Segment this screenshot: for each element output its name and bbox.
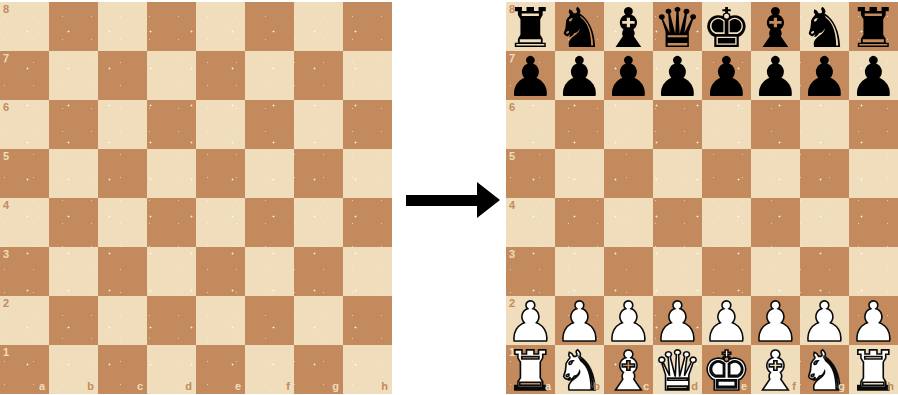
square-f3 — [245, 247, 294, 296]
square-a7: 7♟ — [506, 51, 555, 100]
square-g1: g — [294, 345, 343, 394]
square-d6 — [147, 100, 196, 149]
square-a3: 3 — [0, 247, 49, 296]
square-c7: ♟ — [604, 51, 653, 100]
piece-black-pawn-b7: ♟ — [555, 50, 604, 105]
square-f7 — [245, 51, 294, 100]
square-h3 — [343, 247, 392, 296]
square-a4: 4 — [506, 198, 555, 247]
file-label-g: g — [838, 381, 845, 392]
square-a1: 1a♜ — [506, 345, 555, 394]
file-label-f: f — [286, 381, 290, 392]
file-label-a: a — [39, 381, 45, 392]
square-f3 — [751, 247, 800, 296]
square-g2: ♟ — [800, 296, 849, 345]
square-h1: h — [343, 345, 392, 394]
square-h5 — [343, 149, 392, 198]
rank-label-8: 8 — [509, 4, 515, 15]
square-h8: ♜ — [849, 2, 898, 51]
square-d4 — [147, 198, 196, 247]
right-arrow-icon — [406, 182, 500, 219]
square-h2 — [343, 296, 392, 345]
square-g4 — [294, 198, 343, 247]
file-label-e: e — [741, 381, 747, 392]
square-f8 — [245, 2, 294, 51]
square-b1: b♞ — [555, 345, 604, 394]
square-c7 — [98, 51, 147, 100]
square-a2: 2♟ — [506, 296, 555, 345]
square-c8 — [98, 2, 147, 51]
square-b4 — [555, 198, 604, 247]
square-e5 — [196, 149, 245, 198]
square-g6 — [294, 100, 343, 149]
square-g8 — [294, 2, 343, 51]
file-label-c: c — [137, 381, 143, 392]
rank-label-7: 7 — [3, 53, 9, 64]
file-label-b: b — [593, 381, 600, 392]
rank-label-8: 8 — [3, 4, 9, 15]
square-h1: h♜ — [849, 345, 898, 394]
square-g7 — [294, 51, 343, 100]
square-f7: ♟ — [751, 51, 800, 100]
square-g3 — [800, 247, 849, 296]
square-e7: ♟ — [702, 51, 751, 100]
square-c2 — [98, 296, 147, 345]
rank-label-3: 3 — [3, 249, 9, 260]
square-g8: ♞ — [800, 2, 849, 51]
square-d1: d — [147, 345, 196, 394]
square-c4 — [98, 198, 147, 247]
square-d3 — [147, 247, 196, 296]
square-h3 — [849, 247, 898, 296]
square-b3 — [555, 247, 604, 296]
file-label-b: b — [87, 381, 94, 392]
square-f4 — [751, 198, 800, 247]
rank-label-5: 5 — [3, 151, 9, 162]
file-label-a: a — [545, 381, 551, 392]
file-label-g: g — [332, 381, 339, 392]
square-a6: 6 — [0, 100, 49, 149]
square-g7: ♟ — [800, 51, 849, 100]
square-d3 — [653, 247, 702, 296]
file-label-d: d — [691, 381, 698, 392]
square-c3 — [604, 247, 653, 296]
piece-black-pawn-g7: ♟ — [800, 50, 849, 105]
square-c3 — [98, 247, 147, 296]
square-d5 — [147, 149, 196, 198]
rank-label-5: 5 — [509, 151, 515, 162]
square-a5: 5 — [0, 149, 49, 198]
starting-position-chessboard: 8♜♞♝♛♚♝♞♜7♟♟♟♟♟♟♟♟65432♟♟♟♟♟♟♟♟1a♜b♞c♝d♛… — [506, 2, 898, 394]
square-a5: 5 — [506, 149, 555, 198]
square-e7 — [196, 51, 245, 100]
rank-label-1: 1 — [509, 347, 515, 358]
rank-label-7: 7 — [509, 53, 515, 64]
square-e3 — [196, 247, 245, 296]
chess-setup-illustration: 87654321abcdefgh 8♜♞♝♛♚♝♞♜7♟♟♟♟♟♟♟♟65432… — [0, 0, 898, 395]
square-e6 — [196, 100, 245, 149]
file-label-h: h — [887, 381, 894, 392]
rank-label-3: 3 — [509, 249, 515, 260]
square-h6 — [343, 100, 392, 149]
rank-label-4: 4 — [509, 200, 515, 211]
square-h7: ♟ — [849, 51, 898, 100]
piece-black-pawn-e7: ♟ — [702, 50, 751, 105]
rank-label-2: 2 — [509, 298, 515, 309]
square-h2: ♟ — [849, 296, 898, 345]
square-h5 — [849, 149, 898, 198]
square-g5 — [800, 149, 849, 198]
square-d2: ♟ — [653, 296, 702, 345]
square-c6 — [98, 100, 147, 149]
square-d4 — [653, 198, 702, 247]
square-d8: ♛ — [653, 2, 702, 51]
square-c8: ♝ — [604, 2, 653, 51]
square-e8 — [196, 2, 245, 51]
square-g1: g♞ — [800, 345, 849, 394]
square-d5 — [653, 149, 702, 198]
square-c5 — [98, 149, 147, 198]
square-f6 — [245, 100, 294, 149]
square-c1: c — [98, 345, 147, 394]
file-label-f: f — [792, 381, 796, 392]
square-e8: ♚ — [702, 2, 751, 51]
square-e4 — [702, 198, 751, 247]
square-f1: f — [245, 345, 294, 394]
square-a8: 8♜ — [506, 2, 555, 51]
piece-black-pawn-d7: ♟ — [653, 50, 702, 105]
square-a3: 3 — [506, 247, 555, 296]
rank-label-4: 4 — [3, 200, 9, 211]
square-a7: 7 — [0, 51, 49, 100]
square-e2: ♟ — [702, 296, 751, 345]
square-f4 — [245, 198, 294, 247]
square-h7 — [343, 51, 392, 100]
square-d2 — [147, 296, 196, 345]
rank-label-6: 6 — [509, 102, 515, 113]
square-g3 — [294, 247, 343, 296]
square-g2 — [294, 296, 343, 345]
file-label-h: h — [381, 381, 388, 392]
square-c1: c♝ — [604, 345, 653, 394]
piece-black-pawn-c7: ♟ — [604, 50, 653, 105]
square-d7 — [147, 51, 196, 100]
square-b8 — [49, 2, 98, 51]
piece-black-pawn-f7: ♟ — [751, 50, 800, 105]
empty-chessboard: 87654321abcdefgh — [0, 2, 392, 394]
square-f5 — [245, 149, 294, 198]
square-b5 — [555, 149, 604, 198]
square-a8: 8 — [0, 2, 49, 51]
square-b7: ♟ — [555, 51, 604, 100]
square-h8 — [343, 2, 392, 51]
square-e2 — [196, 296, 245, 345]
square-e5 — [702, 149, 751, 198]
square-a2: 2 — [0, 296, 49, 345]
square-b1: b — [49, 345, 98, 394]
square-a1: 1a — [0, 345, 49, 394]
square-b6 — [49, 100, 98, 149]
square-b5 — [49, 149, 98, 198]
file-label-d: d — [185, 381, 192, 392]
piece-black-pawn-h7: ♟ — [849, 50, 898, 105]
square-b3 — [49, 247, 98, 296]
file-label-c: c — [643, 381, 649, 392]
square-h4 — [343, 198, 392, 247]
square-c2: ♟ — [604, 296, 653, 345]
square-f8: ♝ — [751, 2, 800, 51]
square-c5 — [604, 149, 653, 198]
square-b7 — [49, 51, 98, 100]
rank-label-2: 2 — [3, 298, 9, 309]
square-e4 — [196, 198, 245, 247]
square-d7: ♟ — [653, 51, 702, 100]
square-c4 — [604, 198, 653, 247]
arrow-shaft — [406, 195, 480, 206]
square-b4 — [49, 198, 98, 247]
square-g5 — [294, 149, 343, 198]
square-e3 — [702, 247, 751, 296]
square-f5 — [751, 149, 800, 198]
square-g4 — [800, 198, 849, 247]
square-b2 — [49, 296, 98, 345]
square-f2: ♟ — [751, 296, 800, 345]
square-f1: f♝ — [751, 345, 800, 394]
file-label-e: e — [235, 381, 241, 392]
rank-label-6: 6 — [3, 102, 9, 113]
rank-label-1: 1 — [3, 347, 9, 358]
square-b8: ♞ — [555, 2, 604, 51]
square-d8 — [147, 2, 196, 51]
square-d1: d♛ — [653, 345, 702, 394]
square-e1: e — [196, 345, 245, 394]
square-e1: e♚ — [702, 345, 751, 394]
arrow-head-icon — [477, 182, 500, 218]
square-h4 — [849, 198, 898, 247]
square-a4: 4 — [0, 198, 49, 247]
square-f2 — [245, 296, 294, 345]
square-b2: ♟ — [555, 296, 604, 345]
